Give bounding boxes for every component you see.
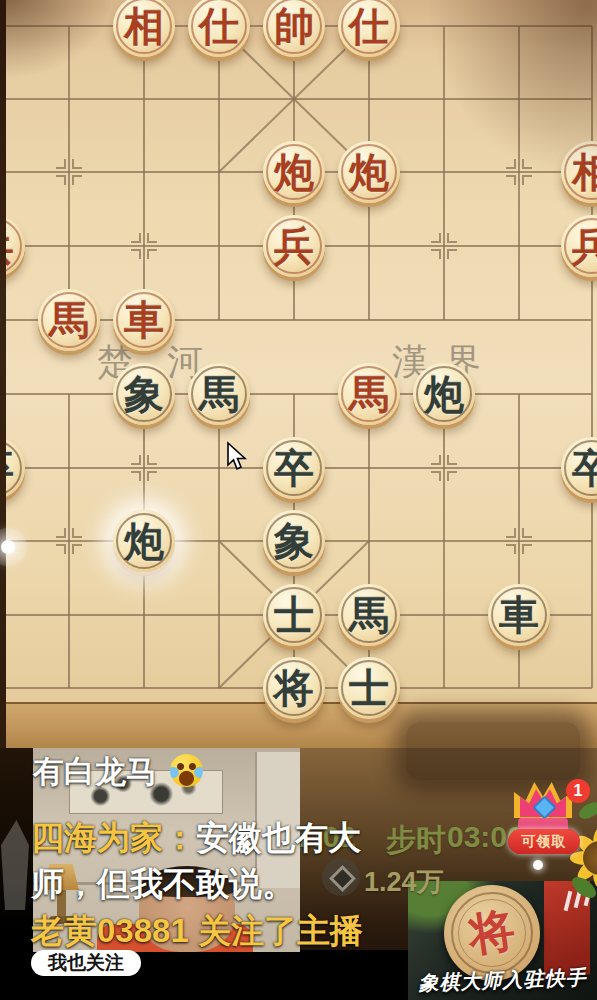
mouse-cursor-icon: [226, 441, 250, 473]
piece-label: 炮: [424, 374, 464, 414]
piece-label: 馬: [199, 374, 239, 414]
ad-caption-text: 象棋大师入驻快手: [408, 964, 597, 998]
piece-label: 帥: [274, 6, 314, 46]
piece-black-士[interactable]: 士: [338, 657, 400, 719]
piece-label: 卒: [274, 448, 314, 488]
piece-red-兵[interactable]: 兵: [561, 215, 597, 277]
gift-count-badge: 1: [566, 779, 590, 803]
piece-red-車[interactable]: 車: [113, 289, 175, 351]
piece-black-車[interactable]: 車: [488, 584, 550, 646]
piece-red-相[interactable]: 相: [113, 0, 175, 57]
piece-black-馬[interactable]: 馬: [188, 363, 250, 425]
coin-icon: [322, 858, 360, 896]
piece-label: 炮: [274, 152, 314, 192]
piece-black-象[interactable]: 象: [113, 363, 175, 425]
piece-label: 象: [124, 374, 164, 414]
piece-black-馬[interactable]: 馬: [338, 584, 400, 646]
piece-label: 士: [274, 595, 314, 635]
piece-label: 馬: [349, 595, 389, 635]
piece-label: 将: [274, 668, 314, 708]
live-stream-screen: 楚河 漢界 相仕帥仕炮炮相兵兵兵馬車馬象馬炮卒卒卒炮象士馬車将士 7:02 步时…: [0, 0, 597, 1000]
small-white-dot: [533, 860, 543, 870]
piece-label: 象: [274, 521, 314, 561]
piece-red-馬[interactable]: 馬: [38, 289, 100, 351]
piece-label: 相: [124, 6, 164, 46]
piece-label: 卒: [572, 448, 597, 488]
chat-message-2-line2: 师，但我不敢说。: [31, 862, 295, 907]
chat-message-1-text: 有白龙马: [33, 754, 157, 789]
piece-label: 車: [499, 595, 539, 635]
coin-count: 1.24万: [364, 864, 444, 900]
piece-label: 馬: [49, 300, 89, 340]
piece-label: 相: [572, 152, 597, 192]
piece-red-炮[interactable]: 炮: [263, 141, 325, 203]
chat-message-2-line1: 安徽也有大: [196, 819, 361, 856]
dim-overlay-band: [406, 722, 580, 780]
floating-light-dot: [1, 540, 15, 554]
piece-label: 兵: [572, 226, 597, 266]
piece-black-象[interactable]: 象: [263, 510, 325, 572]
xiangqi-board[interactable]: 楚河 漢界 相仕帥仕炮炮相兵兵兵馬車馬象馬炮卒卒卒炮象士馬車将士: [0, 0, 597, 748]
piece-label: 車: [124, 300, 164, 340]
piece-black-卒[interactable]: 卒: [561, 437, 597, 499]
piece-red-帥[interactable]: 帥: [263, 0, 325, 57]
piece-label: 炮: [349, 152, 389, 192]
piece-label: 仕: [349, 6, 389, 46]
chat-username: 四海为家：: [31, 819, 196, 856]
laugh-cry-emoji: [170, 754, 203, 787]
sunflower-icon: [556, 814, 597, 902]
piece-black-将[interactable]: 将: [263, 657, 325, 719]
follow-notice-message: 老黄03881 关注了主播: [31, 909, 363, 954]
pieces-layer: 相仕帥仕炮炮相兵兵兵馬車馬象馬炮卒卒卒炮象士馬車将士: [0, 0, 597, 748]
claim-gift-button[interactable]: 可领取: [508, 829, 580, 854]
piece-red-仕[interactable]: 仕: [188, 0, 250, 57]
chat-message-1: 有白龙马: [33, 751, 203, 793]
piece-black-卒[interactable]: 卒: [263, 437, 325, 499]
piece-label: 炮: [124, 521, 164, 561]
piece-label: 馬: [349, 374, 389, 414]
piece-red-炮[interactable]: 炮: [338, 141, 400, 203]
piece-red-兵[interactable]: 兵: [263, 215, 325, 277]
chat-message-2: 四海为家：安徽也有大: [31, 816, 361, 861]
piece-label: 兵: [274, 226, 314, 266]
piece-red-仕[interactable]: 仕: [338, 0, 400, 57]
piece-black-炮[interactable]: 炮: [113, 510, 175, 572]
screen-edge-strip: [0, 0, 6, 748]
piece-red-相[interactable]: 相: [561, 141, 597, 203]
piece-label: 仕: [199, 6, 239, 46]
follow-too-button[interactable]: 我也关注: [31, 950, 141, 976]
piece-black-炮[interactable]: 炮: [413, 363, 475, 425]
move-time-label: 步时: [386, 820, 446, 861]
piece-label: 士: [349, 668, 389, 708]
ad-piece-character: 将: [465, 899, 519, 967]
piece-black-士[interactable]: 士: [263, 584, 325, 646]
piece-red-馬[interactable]: 馬: [338, 363, 400, 425]
